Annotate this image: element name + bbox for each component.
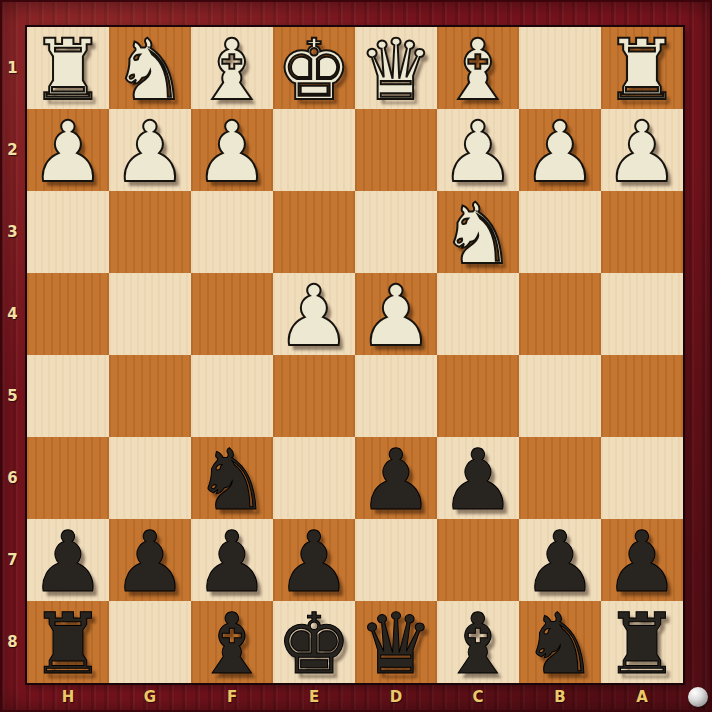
square-g5[interactable] [109,355,191,437]
square-e2[interactable] [273,109,355,191]
square-b7[interactable]: ♟ [519,519,601,601]
square-c3[interactable]: ♞ [437,191,519,273]
file-label-e: E [273,684,355,712]
square-e8[interactable]: ♚ [273,601,355,683]
file-label-d: D [355,684,437,712]
square-d7[interactable] [355,519,437,601]
square-b6[interactable] [519,437,601,519]
square-e4[interactable]: ♟ [273,273,355,355]
square-e1[interactable]: ♚ [273,27,355,109]
square-a6[interactable] [601,437,683,519]
square-c2[interactable]: ♟ [437,109,519,191]
piece-black-king[interactable]: ♚ [276,602,351,686]
piece-black-pawn[interactable]: ♟ [604,520,679,604]
file-label-f: F [191,684,273,712]
piece-white-pawn[interactable]: ♟ [358,274,433,358]
piece-white-pawn[interactable]: ♟ [522,110,597,194]
piece-black-pawn[interactable]: ♟ [276,520,351,604]
piece-white-pawn[interactable]: ♟ [440,110,515,194]
square-a1[interactable]: ♜ [601,27,683,109]
square-b1[interactable] [519,27,601,109]
square-h4[interactable] [27,273,109,355]
square-f1[interactable]: ♝ [191,27,273,109]
square-d8[interactable]: ♛ [355,601,437,683]
square-a7[interactable]: ♟ [601,519,683,601]
piece-black-pawn[interactable]: ♟ [440,438,515,522]
square-d4[interactable]: ♟ [355,273,437,355]
square-h5[interactable] [27,355,109,437]
chess-board: ♜♞♝♚♛♝♜♟♟♟♟♟♟♞♟♟♞♟♟♟♟♟♟♟♟♜♝♚♛♝♞♜ [25,25,685,685]
rank-label-7: 7 [0,519,25,601]
square-a5[interactable] [601,355,683,437]
piece-black-knight[interactable]: ♞ [522,602,597,686]
piece-white-bishop[interactable]: ♝ [194,28,269,112]
square-b3[interactable] [519,191,601,273]
rank-label-1: 1 [0,27,25,109]
square-c6[interactable]: ♟ [437,437,519,519]
piece-white-king[interactable]: ♚ [276,28,351,112]
square-d6[interactable]: ♟ [355,437,437,519]
rank-label-8: 8 [0,601,25,683]
square-h6[interactable] [27,437,109,519]
piece-black-pawn[interactable]: ♟ [358,438,433,522]
piece-white-pawn[interactable]: ♟ [112,110,187,194]
square-f5[interactable] [191,355,273,437]
square-c7[interactable] [437,519,519,601]
piece-white-rook[interactable]: ♜ [604,28,679,112]
square-c1[interactable]: ♝ [437,27,519,109]
square-d5[interactable] [355,355,437,437]
square-h7[interactable]: ♟ [27,519,109,601]
file-label-a: A [601,684,683,712]
square-g3[interactable] [109,191,191,273]
piece-white-knight[interactable]: ♞ [112,28,187,112]
square-f6[interactable]: ♞ [191,437,273,519]
square-h3[interactable] [27,191,109,273]
piece-white-queen[interactable]: ♛ [358,28,433,112]
square-a2[interactable]: ♟ [601,109,683,191]
square-b4[interactable] [519,273,601,355]
rank-label-6: 6 [0,437,25,519]
square-b5[interactable] [519,355,601,437]
piece-black-rook[interactable]: ♜ [30,602,105,686]
square-g8[interactable] [109,601,191,683]
square-h2[interactable]: ♟ [27,109,109,191]
file-label-g: G [109,684,191,712]
square-c4[interactable] [437,273,519,355]
rank-label-2: 2 [0,109,25,191]
square-g2[interactable]: ♟ [109,109,191,191]
corner-sphere-icon [688,687,708,707]
piece-black-queen[interactable]: ♛ [358,602,433,686]
piece-white-bishop[interactable]: ♝ [440,28,515,112]
rank-label-4: 4 [0,273,25,355]
square-g6[interactable] [109,437,191,519]
piece-white-rook[interactable]: ♜ [30,28,105,112]
square-g1[interactable]: ♞ [109,27,191,109]
piece-white-knight[interactable]: ♞ [440,192,515,276]
square-c5[interactable] [437,355,519,437]
square-a4[interactable] [601,273,683,355]
square-a3[interactable] [601,191,683,273]
piece-black-rook[interactable]: ♜ [604,602,679,686]
square-f8[interactable]: ♝ [191,601,273,683]
piece-black-pawn[interactable]: ♟ [194,520,269,604]
square-f3[interactable] [191,191,273,273]
piece-black-pawn[interactable]: ♟ [522,520,597,604]
square-e6[interactable] [273,437,355,519]
piece-black-pawn[interactable]: ♟ [30,520,105,604]
piece-black-bishop[interactable]: ♝ [194,602,269,686]
square-b2[interactable]: ♟ [519,109,601,191]
piece-white-pawn[interactable]: ♟ [276,274,351,358]
rank-label-3: 3 [0,191,25,273]
square-f4[interactable] [191,273,273,355]
piece-black-pawn[interactable]: ♟ [112,520,187,604]
square-e7[interactable]: ♟ [273,519,355,601]
square-d1[interactable]: ♛ [355,27,437,109]
piece-white-pawn[interactable]: ♟ [194,110,269,194]
square-g4[interactable] [109,273,191,355]
square-d2[interactable] [355,109,437,191]
square-d3[interactable] [355,191,437,273]
piece-black-knight[interactable]: ♞ [194,438,269,522]
piece-white-pawn[interactable]: ♟ [604,110,679,194]
square-f2[interactable]: ♟ [191,109,273,191]
square-c8[interactable]: ♝ [437,601,519,683]
rank-label-5: 5 [0,355,25,437]
chess-board-frame: ♜♞♝♚♛♝♜♟♟♟♟♟♟♞♟♟♞♟♟♟♟♟♟♟♟♜♝♚♛♝♞♜ 1234567… [0,0,712,712]
piece-black-bishop[interactable]: ♝ [440,602,515,686]
square-h1[interactable]: ♜ [27,27,109,109]
square-h8[interactable]: ♜ [27,601,109,683]
file-label-b: B [519,684,601,712]
square-e3[interactable] [273,191,355,273]
square-e5[interactable] [273,355,355,437]
square-f7[interactable]: ♟ [191,519,273,601]
file-label-c: C [437,684,519,712]
square-g7[interactable]: ♟ [109,519,191,601]
piece-white-pawn[interactable]: ♟ [30,110,105,194]
square-b8[interactable]: ♞ [519,601,601,683]
square-a8[interactable]: ♜ [601,601,683,683]
file-label-h: H [27,684,109,712]
